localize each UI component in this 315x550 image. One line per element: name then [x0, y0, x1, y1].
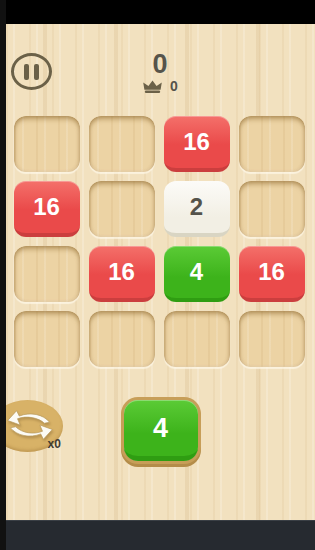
game-screen: 0 0 16 16 2 16: [6, 0, 315, 550]
tile-16: 16: [239, 246, 305, 302]
score-value: 0: [6, 49, 315, 80]
cell-r0c0[interactable]: [14, 116, 80, 172]
cell-r2c3[interactable]: 16: [239, 246, 305, 302]
next-tile-value: 4: [153, 413, 168, 444]
tile-16: 16: [89, 246, 155, 302]
cell-r0c3[interactable]: [239, 116, 305, 172]
cell-r2c0[interactable]: [14, 246, 80, 302]
wood-background: 0 0 16 16 2 16: [6, 24, 315, 520]
cell-r0c2[interactable]: 16: [164, 116, 230, 172]
best-score-value: 0: [170, 78, 178, 94]
cell-r3c1[interactable]: [89, 311, 155, 367]
game-board: 16 16 2 16 4 16: [14, 116, 305, 367]
navigation-bar: [6, 520, 315, 550]
tile-value: 4: [190, 258, 203, 286]
tile-16: 16: [14, 181, 80, 237]
cell-r2c2[interactable]: 4: [164, 246, 230, 302]
tile-value: 16: [33, 193, 60, 221]
cell-r2c1[interactable]: 16: [89, 246, 155, 302]
next-tile[interactable]: 4: [124, 400, 198, 461]
tile-value: 2: [190, 193, 203, 221]
cell-r1c0[interactable]: 16: [14, 181, 80, 237]
tile-value: 16: [183, 128, 210, 156]
tile-16: 16: [164, 116, 230, 172]
shuffle-count-label: x0: [48, 437, 61, 451]
tile-2: 2: [164, 181, 230, 237]
best-score-row: 0: [6, 78, 315, 94]
cell-r3c2[interactable]: [164, 311, 230, 367]
status-bar: [6, 0, 315, 24]
cell-r0c1[interactable]: [89, 116, 155, 172]
cell-r1c1[interactable]: [89, 181, 155, 237]
tile-value: 16: [108, 258, 135, 286]
cell-r3c3[interactable]: [239, 311, 305, 367]
tile-value: 16: [258, 258, 285, 286]
cell-r1c2[interactable]: 2: [164, 181, 230, 237]
cell-r3c0[interactable]: [14, 311, 80, 367]
cell-r1c3[interactable]: [239, 181, 305, 237]
tile-4: 4: [164, 246, 230, 302]
crown-icon: [142, 79, 163, 94]
